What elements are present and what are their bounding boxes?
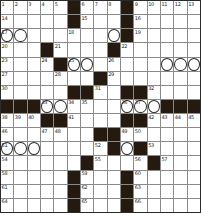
clue-number: 41 (68, 114, 74, 120)
clue-number: 32 (148, 85, 154, 91)
grid-cell[interactable] (108, 199, 120, 212)
black-square (54, 58, 66, 71)
black-square (1, 100, 13, 113)
grid-cell[interactable]: 50 (134, 128, 146, 141)
clue-number: 6 (81, 1, 84, 7)
grid-cell[interactable] (188, 156, 200, 169)
black-square (68, 171, 80, 184)
grid-cell[interactable]: 46 (1, 128, 13, 141)
grid-cell[interactable]: 5 (54, 1, 66, 14)
grid-cell[interactable] (174, 72, 186, 85)
black-square (81, 156, 93, 169)
grid-cell[interactable] (94, 29, 106, 42)
grid-cell[interactable] (188, 72, 200, 85)
grid-cell[interactable]: 48 (54, 128, 66, 141)
circled-square-ring (81, 58, 93, 71)
clue-number: 26 (108, 57, 114, 63)
grid-cell[interactable] (54, 156, 66, 169)
grid-cell[interactable]: 4 (41, 1, 53, 14)
grid-cell[interactable] (41, 142, 53, 155)
grid-cell[interactable] (14, 15, 26, 28)
black-square (68, 15, 80, 28)
grid-cell[interactable] (54, 100, 66, 113)
black-square (188, 100, 200, 113)
grid-cell[interactable]: 17 (1, 29, 13, 42)
grid-cell[interactable]: 62 (81, 185, 93, 198)
grid-cell[interactable] (41, 185, 53, 198)
grid-cell[interactable] (161, 72, 173, 85)
grid-cell[interactable]: 1 (1, 1, 13, 14)
circled-square-ring (1, 29, 13, 42)
black-square (121, 171, 133, 184)
black-square (41, 43, 53, 56)
clue-number: 61 (2, 184, 8, 190)
grid-cell[interactable] (161, 43, 173, 56)
clue-number: 5 (55, 1, 58, 7)
grid-cell[interactable] (41, 156, 53, 169)
clue-number: 2 (15, 1, 18, 7)
grid-cell[interactable] (148, 58, 160, 71)
grid-cell[interactable]: 47 (41, 128, 53, 141)
grid-cell[interactable] (161, 185, 173, 198)
grid-cell[interactable] (14, 128, 26, 141)
grid-cell[interactable] (174, 15, 186, 28)
grid-cell[interactable] (121, 72, 133, 85)
grid-cell[interactable]: 38 (1, 114, 13, 127)
grid-cell[interactable]: 16 (134, 15, 146, 28)
black-square (41, 114, 53, 127)
grid-cell[interactable] (188, 43, 200, 56)
grid-cell[interactable] (148, 43, 160, 56)
grid-cell[interactable] (174, 58, 186, 71)
grid-cell[interactable]: 15 (81, 15, 93, 28)
grid-cell[interactable] (174, 128, 186, 141)
clue-number: 37 (135, 99, 141, 105)
clue-number: 27 (2, 71, 8, 77)
clue-number: 43 (161, 114, 167, 120)
grid-cell[interactable] (81, 58, 93, 71)
grid-cell[interactable] (14, 43, 26, 56)
grid-cell[interactable] (148, 15, 160, 28)
grid-cell[interactable]: 10 (148, 1, 160, 14)
grid-cell[interactable] (94, 58, 106, 71)
clue-number: 54 (2, 156, 8, 162)
grid-cell[interactable]: 28 (54, 72, 66, 85)
grid-cell[interactable]: 34 (68, 100, 80, 113)
grid-cell[interactable] (41, 86, 53, 99)
grid-cell[interactable] (54, 86, 66, 99)
black-square (94, 128, 106, 141)
circled-square-ring (174, 58, 186, 71)
grid-cell[interactable] (148, 128, 160, 141)
crossword-grid: 1234567891011121314151617181920212223242… (0, 0, 201, 213)
clue-number: 50 (135, 128, 141, 134)
clue-number: 31 (95, 85, 101, 91)
clue-number: 45 (188, 114, 194, 120)
clue-number: 23 (2, 57, 8, 63)
grid-cell[interactable] (174, 29, 186, 42)
black-square (68, 86, 80, 99)
grid-cell[interactable]: 54 (1, 156, 13, 169)
grid-cell[interactable] (161, 86, 173, 99)
grid-cell[interactable] (188, 128, 200, 141)
black-square (161, 100, 173, 113)
black-square (134, 86, 146, 99)
grid-cell[interactable] (41, 171, 53, 184)
grid-cell[interactable]: 12 (174, 1, 186, 14)
clue-number: 64 (2, 198, 8, 204)
grid-cell[interactable] (81, 142, 93, 155)
grid-cell[interactable] (14, 171, 26, 184)
grid-cell[interactable]: 11 (161, 1, 173, 14)
clue-number: 1 (2, 1, 5, 7)
circled-square-ring (188, 58, 200, 71)
clue-number: 11 (161, 1, 167, 7)
clue-number: 21 (55, 43, 61, 49)
grid-cell[interactable]: 2 (14, 1, 26, 14)
clue-number: 30 (2, 85, 8, 91)
grid-cell[interactable] (54, 185, 66, 198)
black-square (121, 1, 133, 14)
clue-number: 29 (108, 71, 114, 77)
grid-cell[interactable]: 21 (54, 43, 66, 56)
black-square (68, 1, 80, 14)
grid-cell[interactable] (174, 199, 186, 212)
grid-cell[interactable]: 9 (134, 1, 146, 14)
circled-square-ring (68, 58, 80, 71)
circled-square-ring (1, 142, 13, 155)
grid-cell[interactable] (81, 29, 93, 42)
grid-cell[interactable]: 39 (14, 114, 26, 127)
grid-cell[interactable] (148, 185, 160, 198)
grid-cell[interactable] (121, 156, 133, 169)
grid-cell[interactable] (188, 185, 200, 198)
clue-number: 14 (2, 15, 8, 21)
grid-cell[interactable]: 57 (161, 156, 173, 169)
grid-cell[interactable]: 65 (81, 199, 93, 212)
grid-cell[interactable] (174, 43, 186, 56)
clue-number: 19 (135, 29, 141, 35)
grid-cell[interactable] (108, 86, 120, 99)
grid-cell[interactable] (161, 128, 173, 141)
grid-cell[interactable]: 27 (1, 72, 13, 85)
clue-number: 40 (28, 114, 34, 120)
grid-cell[interactable] (174, 86, 186, 99)
black-square (68, 185, 80, 198)
clue-number: 55 (95, 156, 101, 162)
clue-number: 60 (135, 170, 141, 176)
clue-number: 42 (148, 114, 154, 120)
black-square (121, 199, 133, 212)
black-square (108, 43, 120, 56)
grid-cell[interactable] (94, 43, 106, 56)
grid-cell[interactable]: 22 (121, 43, 133, 56)
clue-number: 49 (121, 128, 127, 134)
grid-cell[interactable] (81, 72, 93, 85)
grid-cell[interactable] (161, 15, 173, 28)
grid-cell[interactable] (28, 15, 40, 28)
circled-square-ring (121, 100, 133, 113)
black-square (121, 114, 133, 127)
clue-number: 12 (175, 1, 181, 7)
black-square (94, 72, 106, 85)
grid-cell[interactable]: 53 (148, 142, 160, 155)
grid-cell[interactable]: 33 (41, 100, 53, 113)
grid-cell[interactable]: 42 (148, 114, 160, 127)
grid-cell[interactable] (94, 114, 106, 127)
grid-cell[interactable] (54, 199, 66, 212)
grid-cell[interactable] (108, 171, 120, 184)
grid-cell[interactable] (174, 142, 186, 155)
grid-cell[interactable] (14, 72, 26, 85)
clue-number: 35 (81, 99, 87, 105)
black-square (81, 86, 93, 99)
black-square (148, 156, 160, 169)
grid-cell[interactable]: 66 (134, 199, 146, 212)
grid-cell[interactable] (14, 185, 26, 198)
grid-cell[interactable]: 6 (81, 1, 93, 14)
grid-cell[interactable] (54, 29, 66, 42)
grid-cell[interactable] (161, 58, 173, 71)
clue-number: 16 (135, 15, 141, 21)
black-square (121, 29, 133, 42)
grid-cell[interactable] (108, 114, 120, 127)
grid-cell[interactable] (148, 100, 160, 113)
grid-cell[interactable] (28, 171, 40, 184)
clue-number: 3 (28, 1, 31, 7)
black-square (54, 114, 66, 127)
clue-number: 36 (121, 99, 127, 105)
crossword-puzzle: 1234567891011121314151617181920212223242… (0, 0, 201, 215)
grid-cell[interactable]: 36 (121, 100, 133, 113)
grid-cell[interactable]: 56 (134, 156, 146, 169)
grid-cell[interactable] (174, 171, 186, 184)
grid-cell[interactable] (41, 199, 53, 212)
grid-cell[interactable]: 63 (134, 185, 146, 198)
circled-square-ring (14, 142, 26, 155)
clue-number: 34 (68, 99, 74, 105)
grid-cell[interactable] (28, 156, 40, 169)
grid-cell[interactable]: 26 (108, 58, 120, 71)
grid-cell[interactable]: 58 (1, 171, 13, 184)
grid-cell[interactable] (94, 100, 106, 113)
grid-cell[interactable]: 37 (134, 100, 146, 113)
grid-cell[interactable]: 44 (174, 114, 186, 127)
black-square (121, 15, 133, 28)
grid-cell[interactable] (161, 142, 173, 155)
black-square (121, 86, 133, 99)
grid-cell[interactable] (108, 185, 120, 198)
grid-cell[interactable] (68, 43, 80, 56)
circled-square-ring (161, 58, 173, 71)
grid-cell[interactable] (54, 15, 66, 28)
grid-cell[interactable]: 8 (108, 1, 120, 14)
grid-cell[interactable] (188, 171, 200, 184)
grid-cell[interactable]: 30 (1, 86, 13, 99)
clue-number: 38 (2, 114, 8, 120)
clue-number: 48 (55, 128, 61, 134)
grid-cell[interactable] (14, 142, 26, 155)
grid-cell[interactable]: 35 (81, 100, 93, 113)
grid-cell[interactable] (28, 29, 40, 42)
grid-cell[interactable] (68, 142, 80, 155)
grid-cell[interactable] (134, 58, 146, 71)
grid-cell[interactable] (148, 72, 160, 85)
grid-cell[interactable] (14, 29, 26, 42)
circled-square-ring (148, 100, 160, 113)
grid-cell[interactable] (174, 185, 186, 198)
clue-number: 66 (135, 198, 141, 204)
grid-cell[interactable] (28, 72, 40, 85)
clue-number: 13 (188, 1, 194, 7)
grid-cell[interactable] (81, 128, 93, 141)
grid-cell[interactable] (188, 58, 200, 71)
grid-cell[interactable] (14, 199, 26, 212)
clue-number: 65 (81, 198, 87, 204)
grid-cell[interactable] (41, 29, 53, 42)
clue-number: 17 (2, 29, 8, 35)
grid-cell[interactable]: 41 (68, 114, 80, 127)
grid-cell[interactable]: 18 (68, 29, 80, 42)
grid-cell[interactable] (188, 199, 200, 212)
grid-cell[interactable]: 51 (1, 142, 13, 155)
clue-number: 15 (81, 15, 87, 21)
clue-number: 20 (2, 43, 8, 49)
circled-square-ring (121, 142, 133, 155)
grid-cell[interactable]: 52 (94, 142, 106, 155)
grid-cell[interactable] (148, 29, 160, 42)
grid-cell[interactable] (108, 15, 120, 28)
grid-cell[interactable]: 60 (134, 171, 146, 184)
grid-cell[interactable] (14, 86, 26, 99)
clue-number: 59 (81, 170, 87, 176)
grid-cell[interactable] (28, 58, 40, 71)
grid-cell[interactable] (28, 185, 40, 198)
grid-cell[interactable] (148, 199, 160, 212)
grid-cell[interactable] (14, 58, 26, 71)
grid-cell[interactable] (94, 185, 106, 198)
clue-number: 63 (135, 184, 141, 190)
grid-cell[interactable] (68, 72, 80, 85)
clue-number: 4 (41, 1, 44, 7)
grid-cell[interactable]: 25 (68, 58, 80, 71)
grid-cell[interactable] (54, 171, 66, 184)
grid-cell[interactable] (94, 15, 106, 28)
grid-cell[interactable] (81, 114, 93, 127)
grid-cell[interactable]: 61 (1, 185, 13, 198)
grid-cell[interactable] (161, 171, 173, 184)
clue-number: 10 (148, 1, 154, 7)
circled-square-ring (108, 29, 120, 42)
grid-cell[interactable]: 24 (41, 58, 53, 71)
grid-cell[interactable] (68, 156, 80, 169)
grid-cell[interactable]: 49 (121, 128, 133, 141)
black-square (121, 185, 133, 198)
grid-cell[interactable] (28, 142, 40, 155)
black-square (134, 142, 146, 155)
clue-number: 33 (41, 99, 47, 105)
grid-cell[interactable]: 3 (28, 1, 40, 14)
grid-cell[interactable]: 43 (161, 114, 173, 127)
clue-number: 18 (68, 29, 74, 35)
grid-cell[interactable] (28, 128, 40, 141)
grid-cell[interactable]: 31 (94, 86, 106, 99)
grid-cell[interactable] (148, 171, 160, 184)
clue-number: 8 (108, 1, 111, 7)
clue-number: 56 (135, 156, 141, 162)
clue-number: 51 (2, 142, 8, 148)
grid-cell[interactable]: 14 (1, 15, 13, 28)
clue-number: 24 (41, 57, 47, 63)
grid-cell[interactable] (188, 86, 200, 99)
clue-number: 53 (148, 142, 154, 148)
clue-number: 22 (121, 43, 127, 49)
grid-cell[interactable] (108, 156, 120, 169)
clue-number: 7 (95, 1, 98, 7)
grid-cell[interactable]: 55 (94, 156, 106, 169)
circled-square-ring (54, 100, 66, 113)
grid-cell[interactable] (188, 142, 200, 155)
clue-number: 58 (2, 170, 8, 176)
grid-cell[interactable] (94, 199, 106, 212)
grid-cell[interactable] (94, 171, 106, 184)
grid-cell[interactable] (81, 43, 93, 56)
grid-cell[interactable] (28, 86, 40, 99)
grid-cell[interactable] (41, 72, 53, 85)
clue-number: 9 (135, 1, 138, 7)
grid-cell[interactable] (14, 156, 26, 169)
grid-cell[interactable] (28, 199, 40, 212)
grid-cell[interactable]: 13 (188, 1, 200, 14)
grid-cell[interactable] (108, 100, 120, 113)
grid-cell[interactable]: 59 (81, 171, 93, 184)
clue-number: 52 (95, 142, 101, 148)
grid-cell[interactable] (41, 15, 53, 28)
grid-cell[interactable]: 23 (1, 58, 13, 71)
black-square (108, 142, 120, 155)
clue-number: 39 (15, 114, 21, 120)
grid-cell[interactable] (188, 29, 200, 42)
grid-cell[interactable] (134, 43, 146, 56)
grid-cell[interactable] (108, 29, 120, 42)
black-square (28, 100, 40, 113)
grid-cell[interactable] (28, 43, 40, 56)
circled-square-ring (134, 100, 146, 113)
grid-cell[interactable] (54, 142, 66, 155)
grid-cell[interactable] (161, 29, 173, 42)
grid-cell[interactable]: 64 (1, 199, 13, 212)
grid-cell[interactable] (121, 142, 133, 155)
grid-cell[interactable]: 19 (134, 29, 146, 42)
grid-cell[interactable] (134, 72, 146, 85)
clue-number: 62 (81, 184, 87, 190)
grid-cell[interactable]: 20 (1, 43, 13, 56)
circled-square-ring (41, 100, 53, 113)
grid-cell[interactable] (121, 58, 133, 71)
grid-cell[interactable]: 45 (188, 114, 200, 127)
grid-cell[interactable] (174, 156, 186, 169)
grid-cell[interactable]: 29 (108, 72, 120, 85)
black-square (134, 114, 146, 127)
clue-number: 57 (161, 156, 167, 162)
grid-cell[interactable]: 32 (148, 86, 160, 99)
black-square (14, 100, 26, 113)
grid-cell[interactable] (68, 128, 80, 141)
grid-cell[interactable] (161, 199, 173, 212)
grid-cell[interactable]: 40 (28, 114, 40, 127)
grid-cell[interactable] (188, 15, 200, 28)
grid-cell[interactable]: 7 (94, 1, 106, 14)
